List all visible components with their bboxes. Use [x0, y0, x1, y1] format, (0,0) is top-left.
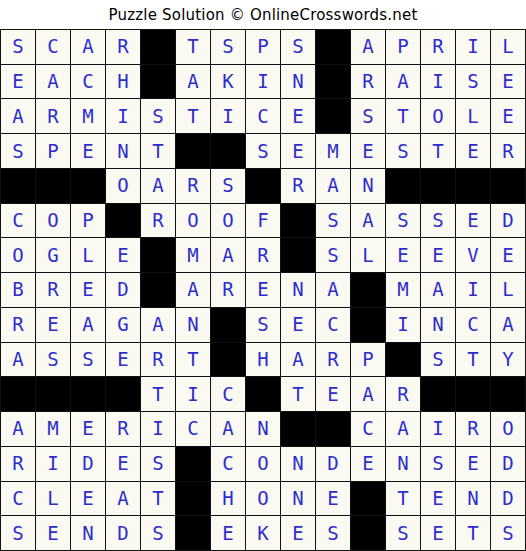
letter-cell: R [1, 308, 36, 343]
letter-cell: A [176, 273, 211, 308]
letter-cell: T [176, 99, 211, 134]
letter-cell: S [246, 134, 281, 169]
black-cell [351, 308, 386, 343]
letter-cell: C [176, 412, 211, 447]
letter-cell: T [281, 377, 316, 412]
letter-cell: R [211, 273, 246, 308]
letter-cell: A [316, 273, 351, 308]
letter-cell: L [491, 30, 526, 65]
black-cell [141, 65, 176, 100]
letter-cell: O [246, 482, 281, 517]
letter-cell: T [386, 99, 421, 134]
letter-cell: C [1, 204, 36, 239]
letter-cell: A [1, 99, 36, 134]
letter-cell: M [386, 273, 421, 308]
letter-cell: D [491, 482, 526, 517]
letter-cell: S [456, 65, 491, 100]
black-cell [141, 30, 176, 65]
letter-cell: H [211, 482, 246, 517]
black-cell [211, 343, 246, 378]
letter-cell: P [246, 30, 281, 65]
letter-cell: A [211, 412, 246, 447]
black-cell [316, 30, 351, 65]
letter-cell: I [106, 99, 141, 134]
letter-cell: D [106, 516, 141, 551]
letter-cell: S [36, 343, 71, 378]
letter-cell: E [316, 377, 351, 412]
letter-cell: C [211, 447, 246, 482]
black-cell [456, 377, 491, 412]
letter-cell: T [141, 482, 176, 517]
letter-cell: A [141, 308, 176, 343]
letter-cell: A [351, 204, 386, 239]
letter-cell: H [106, 65, 141, 100]
letter-cell: E [71, 482, 106, 517]
letter-cell: A [316, 169, 351, 204]
letter-cell: I [36, 447, 71, 482]
letter-cell: E [281, 516, 316, 551]
letter-cell: D [106, 273, 141, 308]
letter-cell: E [351, 447, 386, 482]
black-cell [281, 412, 316, 447]
letter-cell: O [246, 447, 281, 482]
black-cell [351, 482, 386, 517]
black-cell [316, 412, 351, 447]
letter-cell: E [106, 343, 141, 378]
letter-cell: S [141, 99, 176, 134]
letter-cell: R [456, 412, 491, 447]
letter-cell: A [351, 377, 386, 412]
letter-cell: R [281, 169, 316, 204]
letter-cell: S [421, 447, 456, 482]
letter-cell: E [211, 516, 246, 551]
letter-cell: A [106, 482, 141, 517]
puzzle-solution-page: Puzzle Solution © OnlineCrosswords.net S… [0, 0, 526, 551]
letter-cell: N [281, 273, 316, 308]
letter-cell: V [456, 238, 491, 273]
letter-cell: R [141, 204, 176, 239]
letter-cell: N [421, 308, 456, 343]
letter-cell: K [211, 65, 246, 100]
letter-cell: E [1, 65, 36, 100]
black-cell [141, 238, 176, 273]
letter-cell: L [491, 273, 526, 308]
letter-cell: M [176, 238, 211, 273]
letter-cell: A [281, 343, 316, 378]
letter-cell: I [421, 412, 456, 447]
letter-cell: R [421, 30, 456, 65]
letter-cell: O [211, 204, 246, 239]
letter-cell: R [106, 30, 141, 65]
letter-cell: M [316, 134, 351, 169]
letter-cell: C [36, 30, 71, 65]
letter-cell: E [491, 99, 526, 134]
letter-cell: A [421, 273, 456, 308]
letter-cell: A [36, 65, 71, 100]
letter-cell: A [176, 65, 211, 100]
letter-cell: T [456, 516, 491, 551]
letter-cell: R [106, 412, 141, 447]
letter-cell: N [281, 447, 316, 482]
letter-cell: E [106, 447, 141, 482]
letter-cell: T [421, 134, 456, 169]
letter-cell: E [421, 516, 456, 551]
letter-cell: P [71, 204, 106, 239]
black-cell [211, 308, 246, 343]
black-cell [176, 516, 211, 551]
letter-cell: E [281, 308, 316, 343]
letter-cell: K [246, 516, 281, 551]
letter-cell: D [316, 447, 351, 482]
letter-cell: G [106, 308, 141, 343]
letter-cell: S [211, 169, 246, 204]
letter-cell: E [36, 516, 71, 551]
letter-cell: C [351, 412, 386, 447]
letter-cell: E [106, 238, 141, 273]
letter-cell: S [316, 238, 351, 273]
letter-cell: E [71, 134, 106, 169]
letter-cell: I [176, 377, 211, 412]
letter-cell: E [281, 99, 316, 134]
letter-cell: R [176, 169, 211, 204]
letter-cell: S [316, 204, 351, 239]
letter-cell: N [386, 447, 421, 482]
letter-cell: E [36, 308, 71, 343]
letter-cell: A [211, 238, 246, 273]
letter-cell: O [106, 169, 141, 204]
letter-cell: E [491, 65, 526, 100]
letter-cell: S [386, 134, 421, 169]
page-title: Puzzle Solution © OnlineCrosswords.net [0, 0, 526, 29]
letter-cell: S [281, 30, 316, 65]
letter-cell: E [386, 238, 421, 273]
letter-cell: A [386, 65, 421, 100]
letter-cell: I [211, 99, 246, 134]
letter-cell: E [456, 134, 491, 169]
letter-cell: I [246, 65, 281, 100]
black-cell [71, 377, 106, 412]
letter-cell: S [1, 516, 36, 551]
letter-cell: M [36, 412, 71, 447]
letter-cell: S [71, 343, 106, 378]
letter-cell: O [36, 204, 71, 239]
letter-cell: S [421, 343, 456, 378]
letter-cell: A [141, 169, 176, 204]
letter-cell: T [141, 134, 176, 169]
black-cell [316, 65, 351, 100]
letter-cell: D [71, 447, 106, 482]
crossword-grid: SCARTSPSAPRILEACHAKINRAISEARMISTICESTOLE… [0, 29, 526, 551]
letter-cell: L [36, 482, 71, 517]
black-cell [106, 204, 141, 239]
black-cell [211, 134, 246, 169]
black-cell [176, 447, 211, 482]
letter-cell: R [351, 65, 386, 100]
letter-cell: B [1, 273, 36, 308]
letter-cell: T [176, 30, 211, 65]
black-cell [421, 169, 456, 204]
letter-cell: E [281, 134, 316, 169]
letter-cell: T [386, 482, 421, 517]
black-cell [491, 377, 526, 412]
black-cell [316, 99, 351, 134]
letter-cell: N [176, 308, 211, 343]
letter-cell: N [281, 65, 316, 100]
letter-cell: I [141, 412, 176, 447]
letter-cell: S [386, 516, 421, 551]
letter-cell: E [316, 482, 351, 517]
black-cell [351, 273, 386, 308]
black-cell [106, 377, 141, 412]
letter-cell: E [71, 273, 106, 308]
letter-cell: S [1, 134, 36, 169]
letter-cell: S [141, 447, 176, 482]
letter-cell: N [246, 412, 281, 447]
letter-cell: O [1, 238, 36, 273]
letter-cell: N [281, 482, 316, 517]
letter-cell: N [456, 482, 491, 517]
letter-cell: C [316, 308, 351, 343]
letter-cell: R [1, 447, 36, 482]
letter-cell: L [351, 238, 386, 273]
black-cell [71, 169, 106, 204]
letter-cell: P [351, 343, 386, 378]
letter-cell: A [351, 30, 386, 65]
letter-cell: R [36, 273, 71, 308]
letter-cell: S [491, 516, 526, 551]
letter-cell: C [1, 482, 36, 517]
letter-cell: O [421, 99, 456, 134]
letter-cell: S [246, 308, 281, 343]
letter-cell: I [386, 308, 421, 343]
letter-cell: N [106, 134, 141, 169]
letter-cell: R [141, 343, 176, 378]
letter-cell: I [421, 65, 456, 100]
letter-cell: P [36, 134, 71, 169]
letter-cell: E [351, 134, 386, 169]
black-cell [246, 377, 281, 412]
letter-cell: O [491, 412, 526, 447]
letter-cell: M [71, 99, 106, 134]
letter-cell: L [71, 238, 106, 273]
letter-cell: A [1, 412, 36, 447]
black-cell [421, 377, 456, 412]
letter-cell: N [71, 516, 106, 551]
letter-cell: E [421, 482, 456, 517]
letter-cell: E [491, 238, 526, 273]
letter-cell: G [36, 238, 71, 273]
letter-cell: C [246, 99, 281, 134]
letter-cell: T [456, 343, 491, 378]
letter-cell: E [421, 238, 456, 273]
letter-cell: T [176, 343, 211, 378]
letter-cell: A [491, 308, 526, 343]
black-cell [176, 134, 211, 169]
letter-cell: A [1, 343, 36, 378]
black-cell [1, 169, 36, 204]
letter-cell: P [386, 30, 421, 65]
letter-cell: E [246, 273, 281, 308]
letter-cell: D [491, 204, 526, 239]
letter-cell: A [386, 412, 421, 447]
letter-cell: S [386, 204, 421, 239]
letter-cell: E [456, 447, 491, 482]
black-cell [36, 377, 71, 412]
letter-cell: I [456, 273, 491, 308]
letter-cell: L [456, 99, 491, 134]
letter-cell: R [491, 134, 526, 169]
black-cell [456, 169, 491, 204]
letter-cell: S [1, 30, 36, 65]
letter-cell: A [71, 308, 106, 343]
black-cell [1, 377, 36, 412]
letter-cell: R [386, 377, 421, 412]
black-cell [351, 516, 386, 551]
letter-cell: E [456, 204, 491, 239]
letter-cell: S [351, 99, 386, 134]
letter-cell: H [246, 343, 281, 378]
letter-cell: R [246, 238, 281, 273]
letter-cell: S [211, 30, 246, 65]
letter-cell: Y [491, 343, 526, 378]
letter-cell: O [176, 204, 211, 239]
black-cell [491, 169, 526, 204]
letter-cell: T [141, 377, 176, 412]
black-cell [386, 343, 421, 378]
letter-cell: D [491, 447, 526, 482]
letter-cell: R [316, 343, 351, 378]
letter-cell: S [421, 204, 456, 239]
letter-cell: S [316, 516, 351, 551]
letter-cell: A [71, 30, 106, 65]
letter-cell: I [456, 30, 491, 65]
black-cell [141, 273, 176, 308]
black-cell [281, 238, 316, 273]
letter-cell: S [141, 516, 176, 551]
black-cell [281, 204, 316, 239]
letter-cell: C [71, 65, 106, 100]
letter-cell: N [351, 169, 386, 204]
letter-cell: E [71, 412, 106, 447]
letter-cell: C [456, 308, 491, 343]
black-cell [36, 169, 71, 204]
black-cell [386, 169, 421, 204]
letter-cell: R [36, 99, 71, 134]
black-cell [246, 169, 281, 204]
letter-cell: C [211, 377, 246, 412]
black-cell [176, 482, 211, 517]
letter-cell: F [246, 204, 281, 239]
